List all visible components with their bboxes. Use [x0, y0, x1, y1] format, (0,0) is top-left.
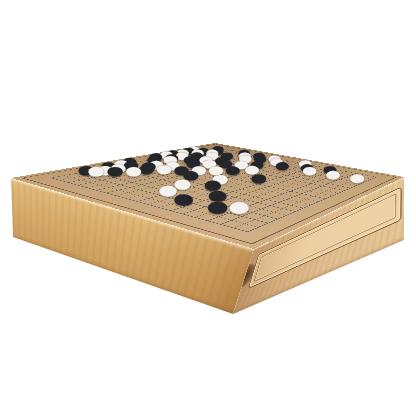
star-point [225, 177, 230, 178]
star-point [169, 192, 174, 193]
star-point [111, 177, 116, 178]
product-photo-scene: ●●●●●●●●●●●●●●●●●●●●●●●●●●●●●●●●●●●●●●●●… [0, 0, 416, 416]
star-point [218, 155, 222, 156]
star-point [328, 177, 332, 178]
star-point [269, 165, 273, 166]
star-point [288, 190, 293, 191]
star-point [237, 209, 243, 211]
star-point [171, 165, 175, 166]
